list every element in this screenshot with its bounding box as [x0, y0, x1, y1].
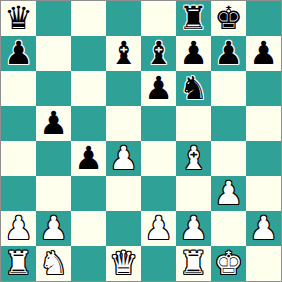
- square-b2[interactable]: ♟: [36, 211, 71, 246]
- square-b5[interactable]: ♟: [36, 106, 71, 141]
- square-e1[interactable]: [141, 246, 176, 281]
- square-b6[interactable]: [36, 71, 71, 106]
- square-e8[interactable]: [141, 1, 176, 36]
- square-f8[interactable]: ♜: [176, 1, 211, 36]
- square-a6[interactable]: [1, 71, 36, 106]
- piece-white-rook[interactable]: ♜: [4, 247, 33, 279]
- piece-black-bishop[interactable]: ♝: [144, 37, 173, 69]
- square-a3[interactable]: [1, 176, 36, 211]
- square-e4[interactable]: [141, 141, 176, 176]
- square-d6[interactable]: [106, 71, 141, 106]
- square-g1[interactable]: ♚: [211, 246, 246, 281]
- square-g8[interactable]: ♚: [211, 1, 246, 36]
- square-g7[interactable]: ♟: [211, 36, 246, 71]
- piece-white-pawn[interactable]: ♟: [214, 177, 243, 209]
- square-h5[interactable]: [246, 106, 281, 141]
- piece-white-rook[interactable]: ♜: [179, 247, 208, 279]
- square-a4[interactable]: [1, 141, 36, 176]
- piece-white-pawn[interactable]: ♟: [179, 212, 208, 244]
- piece-black-knight[interactable]: ♞: [179, 72, 208, 104]
- square-a2[interactable]: ♟: [1, 211, 36, 246]
- square-b1[interactable]: ♞: [36, 246, 71, 281]
- square-h7[interactable]: ♟: [246, 36, 281, 71]
- piece-white-pawn[interactable]: ♟: [144, 212, 173, 244]
- square-f4[interactable]: ♝: [176, 141, 211, 176]
- square-h4[interactable]: [246, 141, 281, 176]
- square-b3[interactable]: [36, 176, 71, 211]
- square-b4[interactable]: [36, 141, 71, 176]
- square-e5[interactable]: [141, 106, 176, 141]
- piece-black-queen[interactable]: ♛: [4, 2, 33, 34]
- square-a7[interactable]: ♟: [1, 36, 36, 71]
- square-d3[interactable]: [106, 176, 141, 211]
- square-g4[interactable]: [211, 141, 246, 176]
- square-a8[interactable]: ♛: [1, 1, 36, 36]
- chess-board: ♛♜♚♟♝♝♟♟♟♟♞♟♟♟♝♟♟♟♟♟♟♜♞♛♜♚: [0, 0, 282, 282]
- piece-black-pawn[interactable]: ♟: [144, 72, 173, 104]
- square-c4[interactable]: ♟: [71, 141, 106, 176]
- square-c3[interactable]: [71, 176, 106, 211]
- piece-white-knight[interactable]: ♞: [39, 247, 68, 279]
- piece-white-queen[interactable]: ♛: [109, 247, 138, 279]
- piece-black-rook[interactable]: ♜: [179, 2, 208, 34]
- square-e6[interactable]: ♟: [141, 71, 176, 106]
- square-f5[interactable]: [176, 106, 211, 141]
- square-g2[interactable]: [211, 211, 246, 246]
- square-f1[interactable]: ♜: [176, 246, 211, 281]
- piece-black-pawn[interactable]: ♟: [39, 107, 68, 139]
- square-f2[interactable]: ♟: [176, 211, 211, 246]
- square-d1[interactable]: ♛: [106, 246, 141, 281]
- square-b8[interactable]: [36, 1, 71, 36]
- square-d8[interactable]: [106, 1, 141, 36]
- square-f3[interactable]: [176, 176, 211, 211]
- piece-white-pawn[interactable]: ♟: [4, 212, 33, 244]
- square-h3[interactable]: [246, 176, 281, 211]
- square-c2[interactable]: [71, 211, 106, 246]
- piece-white-pawn[interactable]: ♟: [249, 212, 278, 244]
- piece-white-pawn[interactable]: ♟: [109, 142, 138, 174]
- square-d2[interactable]: [106, 211, 141, 246]
- piece-black-king[interactable]: ♚: [214, 2, 243, 34]
- square-e2[interactable]: ♟: [141, 211, 176, 246]
- square-e7[interactable]: ♝: [141, 36, 176, 71]
- square-h8[interactable]: [246, 1, 281, 36]
- square-h6[interactable]: [246, 71, 281, 106]
- square-c6[interactable]: [71, 71, 106, 106]
- square-d4[interactable]: ♟: [106, 141, 141, 176]
- square-c1[interactable]: [71, 246, 106, 281]
- square-f6[interactable]: ♞: [176, 71, 211, 106]
- square-e3[interactable]: [141, 176, 176, 211]
- square-g5[interactable]: [211, 106, 246, 141]
- piece-white-king[interactable]: ♚: [214, 247, 243, 279]
- square-f7[interactable]: ♟: [176, 36, 211, 71]
- square-c7[interactable]: [71, 36, 106, 71]
- piece-black-pawn[interactable]: ♟: [4, 37, 33, 69]
- piece-white-bishop[interactable]: ♝: [179, 142, 208, 174]
- square-d7[interactable]: ♝: [106, 36, 141, 71]
- square-c5[interactable]: [71, 106, 106, 141]
- chess-board-window: ♛♜♚♟♝♝♟♟♟♟♞♟♟♟♝♟♟♟♟♟♟♜♞♛♜♚: [0, 0, 282, 282]
- piece-black-pawn[interactable]: ♟: [214, 37, 243, 69]
- square-h1[interactable]: [246, 246, 281, 281]
- square-d5[interactable]: [106, 106, 141, 141]
- piece-white-pawn[interactable]: ♟: [39, 212, 68, 244]
- square-g3[interactable]: ♟: [211, 176, 246, 211]
- square-a5[interactable]: [1, 106, 36, 141]
- square-a1[interactable]: ♜: [1, 246, 36, 281]
- piece-black-pawn[interactable]: ♟: [179, 37, 208, 69]
- square-b7[interactable]: [36, 36, 71, 71]
- piece-black-bishop[interactable]: ♝: [109, 37, 138, 69]
- square-h2[interactable]: ♟: [246, 211, 281, 246]
- square-g6[interactable]: [211, 71, 246, 106]
- piece-black-pawn[interactable]: ♟: [74, 142, 103, 174]
- piece-black-pawn[interactable]: ♟: [249, 37, 278, 69]
- square-c8[interactable]: [71, 1, 106, 36]
